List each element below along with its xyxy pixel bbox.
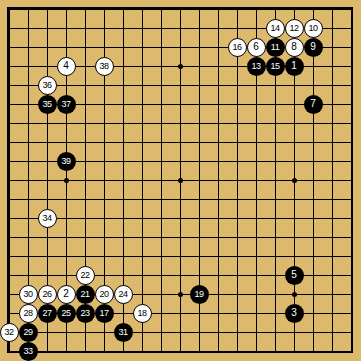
stone-black-31: 31 [114,323,133,342]
stone-white-14: 14 [266,19,285,38]
stone-white-18: 18 [133,304,152,323]
stone-black-13: 13 [247,57,266,76]
stone-black-11: 11 [266,38,285,57]
stone-white-36: 36 [38,76,57,95]
stone-black-37: 37 [57,95,76,114]
stone-white-24: 24 [114,285,133,304]
stone-white-28: 28 [19,304,38,323]
stone-white-32: 32 [0,323,19,342]
stone-white-12: 12 [285,19,304,38]
stone-black-19: 19 [190,285,209,304]
stone-black-29: 29 [19,323,38,342]
stone-black-27: 27 [38,304,57,323]
stone-layer: 1234567891011121314151617181920212223242… [0,0,361,361]
stone-black-25: 25 [57,304,76,323]
stone-black-15: 15 [266,57,285,76]
stone-white-10: 10 [304,19,323,38]
stone-white-8: 8 [285,38,304,57]
stone-white-4: 4 [57,57,76,76]
stone-black-33: 33 [19,342,38,361]
stone-black-17: 17 [95,304,114,323]
stone-black-23: 23 [76,304,95,323]
go-board[interactable]: 1234567891011121314151617181920212223242… [0,0,361,361]
stone-white-20: 20 [95,285,114,304]
stone-black-1: 1 [285,57,304,76]
stone-black-7: 7 [304,95,323,114]
stone-black-35: 35 [38,95,57,114]
stone-black-3: 3 [285,304,304,323]
stone-white-22: 22 [76,266,95,285]
stone-black-21: 21 [76,285,95,304]
stone-black-5: 5 [285,266,304,285]
stone-black-39: 39 [57,152,76,171]
stone-white-30: 30 [19,285,38,304]
stone-white-2: 2 [57,285,76,304]
stone-white-26: 26 [38,285,57,304]
stone-white-38: 38 [95,57,114,76]
stone-white-16: 16 [228,38,247,57]
stone-black-9: 9 [304,38,323,57]
stone-white-34: 34 [38,209,57,228]
stone-white-6: 6 [247,38,266,57]
